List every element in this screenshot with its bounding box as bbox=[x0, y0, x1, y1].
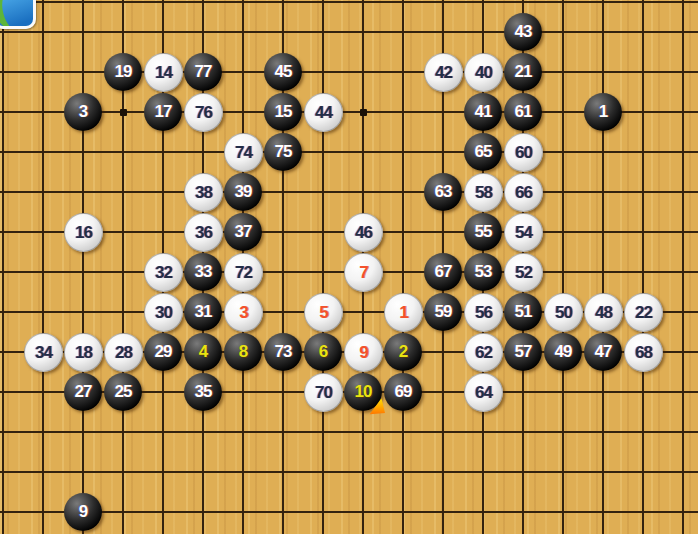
stone-black-75[interactable]: 75 bbox=[264, 133, 302, 171]
move-number: 67 bbox=[435, 253, 452, 291]
move-number: 7 bbox=[359, 254, 367, 291]
stone-black-57[interactable]: 57 bbox=[504, 333, 542, 371]
move-number: 60 bbox=[515, 134, 532, 171]
stone-white-3[interactable]: 3 bbox=[224, 293, 263, 332]
move-number: 15 bbox=[275, 93, 292, 131]
stone-white-9[interactable]: 9 bbox=[344, 333, 383, 372]
stone-black-21[interactable]: 21 bbox=[504, 53, 542, 91]
move-number: 35 bbox=[195, 373, 212, 411]
stone-white-38[interactable]: 38 bbox=[184, 173, 223, 212]
move-number: 8 bbox=[239, 333, 247, 371]
move-number: 55 bbox=[475, 213, 492, 251]
move-number: 54 bbox=[515, 214, 532, 251]
stone-white-46[interactable]: 46 bbox=[344, 213, 383, 252]
move-number: 41 bbox=[475, 93, 492, 131]
stone-white-68[interactable]: 68 bbox=[624, 333, 663, 372]
stone-black-73[interactable]: 73 bbox=[264, 333, 302, 371]
stone-white-48[interactable]: 48 bbox=[584, 293, 623, 332]
stone-black-53[interactable]: 53 bbox=[464, 253, 502, 291]
stone-black-17[interactable]: 17 bbox=[144, 93, 182, 131]
move-number: 61 bbox=[515, 93, 532, 131]
move-number: 10 bbox=[355, 373, 372, 411]
move-number: 43 bbox=[515, 13, 532, 51]
stone-black-1[interactable]: 1 bbox=[584, 93, 622, 131]
move-number: 47 bbox=[595, 333, 612, 371]
stone-black-25[interactable]: 25 bbox=[104, 373, 142, 411]
move-number: 37 bbox=[235, 213, 252, 251]
move-number: 66 bbox=[515, 174, 532, 211]
stone-white-30[interactable]: 30 bbox=[144, 293, 183, 332]
move-number: 18 bbox=[75, 334, 92, 371]
stone-white-44[interactable]: 44 bbox=[304, 93, 343, 132]
move-number: 59 bbox=[435, 293, 452, 331]
stone-white-34[interactable]: 34 bbox=[24, 333, 63, 372]
move-number: 22 bbox=[635, 294, 652, 331]
grid-line bbox=[642, 0, 644, 534]
move-number: 75 bbox=[275, 133, 292, 171]
move-number: 19 bbox=[115, 53, 132, 91]
move-number: 77 bbox=[195, 53, 212, 91]
stone-black-47[interactable]: 47 bbox=[584, 333, 622, 371]
grid-line bbox=[0, 31, 698, 33]
stone-black-37[interactable]: 37 bbox=[224, 213, 262, 251]
stone-white-22[interactable]: 22 bbox=[624, 293, 663, 332]
stone-black-10[interactable]: 10 bbox=[344, 373, 382, 411]
move-number: 30 bbox=[155, 294, 172, 331]
move-number: 52 bbox=[515, 254, 532, 291]
grid-line bbox=[322, 0, 324, 534]
stone-white-7[interactable]: 7 bbox=[344, 253, 383, 292]
move-number: 53 bbox=[475, 253, 492, 291]
move-number: 44 bbox=[315, 94, 332, 131]
move-number: 58 bbox=[475, 174, 492, 211]
stone-black-61[interactable]: 61 bbox=[504, 93, 542, 131]
move-number: 34 bbox=[35, 334, 52, 371]
grid-line bbox=[42, 0, 44, 534]
stone-white-42[interactable]: 42 bbox=[424, 53, 463, 92]
stone-white-5[interactable]: 5 bbox=[304, 293, 343, 332]
move-number: 14 bbox=[155, 54, 172, 91]
go-board[interactable]: 4319147745424021317761544416117475656038… bbox=[0, 0, 698, 534]
move-number: 42 bbox=[435, 54, 452, 91]
stone-black-41[interactable]: 41 bbox=[464, 93, 502, 131]
move-number: 38 bbox=[195, 174, 212, 211]
stone-black-77[interactable]: 77 bbox=[184, 53, 222, 91]
move-number: 46 bbox=[355, 214, 372, 251]
stone-white-14[interactable]: 14 bbox=[144, 53, 183, 92]
stone-black-35[interactable]: 35 bbox=[184, 373, 222, 411]
stone-white-56[interactable]: 56 bbox=[464, 293, 503, 332]
stone-white-66[interactable]: 66 bbox=[504, 173, 543, 212]
stone-black-51[interactable]: 51 bbox=[504, 293, 542, 331]
stone-black-39[interactable]: 39 bbox=[224, 173, 262, 211]
move-number: 62 bbox=[475, 334, 492, 371]
stone-black-67[interactable]: 67 bbox=[424, 253, 462, 291]
move-number: 25 bbox=[115, 373, 132, 411]
move-number: 9 bbox=[79, 493, 87, 531]
stone-black-55[interactable]: 55 bbox=[464, 213, 502, 251]
stone-black-45[interactable]: 45 bbox=[264, 53, 302, 91]
stone-white-1[interactable]: 1 bbox=[384, 293, 423, 332]
move-number: 29 bbox=[155, 333, 172, 371]
stone-black-29[interactable]: 29 bbox=[144, 333, 182, 371]
grid-line bbox=[0, 511, 698, 513]
stone-white-28[interactable]: 28 bbox=[104, 333, 143, 372]
move-number: 63 bbox=[435, 173, 452, 211]
grid-line bbox=[562, 0, 564, 534]
grid-line bbox=[0, 471, 698, 473]
move-number: 32 bbox=[155, 254, 172, 291]
stone-black-4[interactable]: 4 bbox=[184, 333, 222, 371]
stone-black-59[interactable]: 59 bbox=[424, 293, 462, 331]
move-number: 4 bbox=[199, 333, 207, 371]
stone-white-40[interactable]: 40 bbox=[464, 53, 503, 92]
stone-black-6[interactable]: 6 bbox=[304, 333, 342, 371]
stone-black-3[interactable]: 3 bbox=[64, 93, 102, 131]
move-number: 69 bbox=[395, 373, 412, 411]
move-number: 33 bbox=[195, 253, 212, 291]
move-number: 21 bbox=[515, 53, 532, 91]
move-number: 3 bbox=[79, 93, 87, 131]
stone-white-54[interactable]: 54 bbox=[504, 213, 543, 252]
stone-white-76[interactable]: 76 bbox=[184, 93, 223, 132]
grid-line bbox=[82, 0, 84, 534]
stone-white-62[interactable]: 62 bbox=[464, 333, 503, 372]
stone-black-33[interactable]: 33 bbox=[184, 253, 222, 291]
grid-line bbox=[2, 0, 4, 534]
move-number: 36 bbox=[195, 214, 212, 251]
move-number: 40 bbox=[475, 54, 492, 91]
stone-white-72[interactable]: 72 bbox=[224, 253, 263, 292]
move-number: 17 bbox=[155, 93, 172, 131]
stone-white-36[interactable]: 36 bbox=[184, 213, 223, 252]
move-number: 3 bbox=[239, 294, 247, 331]
move-number: 64 bbox=[475, 374, 492, 411]
stone-white-70[interactable]: 70 bbox=[304, 373, 343, 412]
move-number: 1 bbox=[399, 294, 407, 331]
move-number: 74 bbox=[235, 134, 252, 171]
grid-line bbox=[402, 0, 404, 534]
stone-black-8[interactable]: 8 bbox=[224, 333, 262, 371]
stone-white-60[interactable]: 60 bbox=[504, 133, 543, 172]
stone-white-50[interactable]: 50 bbox=[544, 293, 583, 332]
move-number: 39 bbox=[235, 173, 252, 211]
move-number: 56 bbox=[475, 294, 492, 331]
move-number: 5 bbox=[319, 294, 327, 331]
stone-white-58[interactable]: 58 bbox=[464, 173, 503, 212]
stone-black-31[interactable]: 31 bbox=[184, 293, 222, 331]
star-point bbox=[120, 109, 127, 116]
stone-black-63[interactable]: 63 bbox=[424, 173, 462, 211]
stone-black-27[interactable]: 27 bbox=[64, 373, 102, 411]
move-number: 73 bbox=[275, 333, 292, 371]
grid-line bbox=[0, 191, 698, 193]
move-number: 6 bbox=[319, 333, 327, 371]
move-number: 51 bbox=[515, 293, 532, 331]
move-number: 45 bbox=[275, 53, 292, 91]
move-number: 16 bbox=[75, 214, 92, 251]
move-number: 57 bbox=[515, 333, 532, 371]
move-number: 28 bbox=[115, 334, 132, 371]
move-number: 68 bbox=[635, 334, 652, 371]
stone-black-2[interactable]: 2 bbox=[384, 333, 422, 371]
grid-line bbox=[682, 0, 684, 534]
stone-black-9[interactable]: 9 bbox=[64, 493, 102, 531]
grid-line bbox=[602, 0, 604, 534]
stone-white-52[interactable]: 52 bbox=[504, 253, 543, 292]
stone-black-69[interactable]: 69 bbox=[384, 373, 422, 411]
move-number: 50 bbox=[555, 294, 572, 331]
stone-black-19[interactable]: 19 bbox=[104, 53, 142, 91]
app-logo-swoosh-icon bbox=[0, 0, 33, 29]
move-number: 70 bbox=[315, 374, 332, 411]
move-number: 49 bbox=[555, 333, 572, 371]
move-number: 9 bbox=[359, 334, 367, 371]
stone-white-64[interactable]: 64 bbox=[464, 373, 503, 412]
star-point bbox=[360, 109, 367, 116]
move-number: 1 bbox=[599, 93, 607, 131]
stone-white-16[interactable]: 16 bbox=[64, 213, 103, 252]
move-number: 2 bbox=[399, 333, 407, 371]
move-number: 76 bbox=[195, 94, 212, 131]
app-logo-icon[interactable] bbox=[0, 0, 36, 29]
grid-line bbox=[0, 431, 698, 433]
stone-black-65[interactable]: 65 bbox=[464, 133, 502, 171]
board-top-edge-line bbox=[0, 1, 698, 3]
stone-black-43[interactable]: 43 bbox=[504, 13, 542, 51]
move-number: 48 bbox=[595, 294, 612, 331]
stone-black-15[interactable]: 15 bbox=[264, 93, 302, 131]
stone-white-18[interactable]: 18 bbox=[64, 333, 103, 372]
move-number: 27 bbox=[75, 373, 92, 411]
stone-black-49[interactable]: 49 bbox=[544, 333, 582, 371]
stone-white-74[interactable]: 74 bbox=[224, 133, 263, 172]
move-number: 31 bbox=[195, 293, 212, 331]
grid-line bbox=[0, 151, 698, 153]
move-number: 72 bbox=[235, 254, 252, 291]
move-number: 65 bbox=[475, 133, 492, 171]
stone-white-32[interactable]: 32 bbox=[144, 253, 183, 292]
